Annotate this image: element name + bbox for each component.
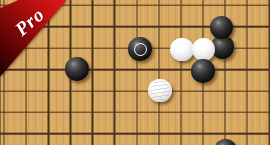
black-stone[interactable] — [128, 37, 152, 61]
black-stone[interactable] — [191, 59, 215, 83]
white-stone[interactable] — [192, 38, 216, 62]
white-stone[interactable] — [170, 38, 194, 62]
clamshell-texture — [150, 80, 171, 101]
go-app-screenshot: Pro — [0, 0, 270, 145]
black-stone[interactable] — [214, 139, 238, 145]
go-board[interactable] — [0, 0, 270, 145]
white-stone[interactable] — [148, 79, 172, 103]
last-move-marker — [134, 43, 147, 56]
black-stone[interactable] — [65, 57, 89, 81]
black-stone[interactable] — [210, 16, 234, 40]
